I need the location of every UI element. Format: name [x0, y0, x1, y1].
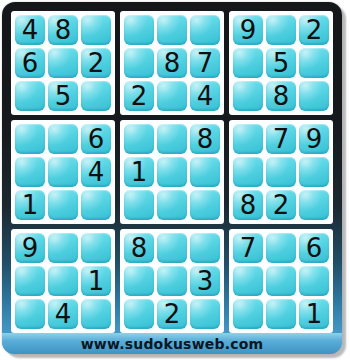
cell-r4c2[interactable]	[48, 124, 78, 154]
cell-r1c2[interactable]: 8	[48, 15, 78, 45]
cell-r4c5[interactable]	[157, 124, 187, 154]
cell-r2c3[interactable]: 2	[81, 48, 111, 78]
cell-r2c4[interactable]	[124, 48, 154, 78]
cell-r9c5[interactable]: 2	[157, 299, 187, 329]
cell-r1c9[interactable]: 2	[299, 15, 329, 45]
cell-r8c8[interactable]	[266, 266, 296, 296]
footer-bar: www.sudokusweb.com	[2, 333, 342, 354]
cell-r3c1[interactable]	[15, 81, 45, 111]
cell-r4c4[interactable]	[124, 124, 154, 154]
cell-r1c3[interactable]	[81, 15, 111, 45]
cell-r3c4[interactable]: 2	[124, 81, 154, 111]
board-frame: 4862587249258641817982914832761 www.sudo…	[2, 2, 342, 354]
cell-r3c7[interactable]	[233, 81, 263, 111]
cell-r1c5[interactable]	[157, 15, 187, 45]
cell-r1c8[interactable]	[266, 15, 296, 45]
cell-r3c2[interactable]: 5	[48, 81, 78, 111]
cell-r8c2[interactable]	[48, 266, 78, 296]
cell-r9c6[interactable]	[190, 299, 220, 329]
cell-r5c7[interactable]	[233, 157, 263, 187]
cell-r5c6[interactable]	[190, 157, 220, 187]
box-r1c2: 8724	[120, 11, 224, 115]
cell-r6c8[interactable]: 2	[266, 190, 296, 220]
cell-r1c7[interactable]: 9	[233, 15, 263, 45]
box-r3c3: 761	[229, 229, 333, 333]
cell-r7c7[interactable]: 7	[233, 233, 263, 263]
cell-r4c6[interactable]: 8	[190, 124, 220, 154]
cell-r4c7[interactable]	[233, 124, 263, 154]
cell-r6c5[interactable]	[157, 190, 187, 220]
box-r2c2: 81	[120, 120, 224, 224]
cell-r9c8[interactable]	[266, 299, 296, 329]
cell-r3c3[interactable]	[81, 81, 111, 111]
box-r2c1: 641	[11, 120, 115, 224]
cell-r9c2[interactable]: 4	[48, 299, 78, 329]
cell-r6c4[interactable]	[124, 190, 154, 220]
cell-r2c1[interactable]: 6	[15, 48, 45, 78]
sudoku-board: 4862587249258641817982914832761	[11, 11, 333, 333]
cell-r7c3[interactable]	[81, 233, 111, 263]
cell-r6c3[interactable]	[81, 190, 111, 220]
cell-r8c1[interactable]	[15, 266, 45, 296]
cell-r8c3[interactable]: 1	[81, 266, 111, 296]
cell-r4c1[interactable]	[15, 124, 45, 154]
cell-r7c8[interactable]	[266, 233, 296, 263]
cell-r7c1[interactable]: 9	[15, 233, 45, 263]
cell-r9c4[interactable]	[124, 299, 154, 329]
cell-r3c9[interactable]	[299, 81, 329, 111]
cell-r6c1[interactable]: 1	[15, 190, 45, 220]
cell-r5c1[interactable]	[15, 157, 45, 187]
cell-r2c2[interactable]	[48, 48, 78, 78]
cell-r7c6[interactable]	[190, 233, 220, 263]
cell-r1c4[interactable]	[124, 15, 154, 45]
cell-r2c5[interactable]: 8	[157, 48, 187, 78]
cell-r5c8[interactable]	[266, 157, 296, 187]
cell-r9c1[interactable]	[15, 299, 45, 329]
cell-r2c7[interactable]	[233, 48, 263, 78]
site-url-label: www.sudokusweb.com	[81, 336, 264, 352]
cell-r8c9[interactable]	[299, 266, 329, 296]
cell-r4c3[interactable]: 6	[81, 124, 111, 154]
cell-r2c9[interactable]	[299, 48, 329, 78]
cell-r6c7[interactable]: 8	[233, 190, 263, 220]
cell-r5c4[interactable]: 1	[124, 157, 154, 187]
cell-r1c6[interactable]	[190, 15, 220, 45]
cell-r5c5[interactable]	[157, 157, 187, 187]
box-r3c2: 832	[120, 229, 224, 333]
cell-r3c6[interactable]: 4	[190, 81, 220, 111]
cell-r7c9[interactable]: 6	[299, 233, 329, 263]
cell-r8c7[interactable]	[233, 266, 263, 296]
cell-r4c8[interactable]: 7	[266, 124, 296, 154]
cell-r6c2[interactable]	[48, 190, 78, 220]
cell-r9c9[interactable]: 1	[299, 299, 329, 329]
cell-r9c7[interactable]	[233, 299, 263, 329]
box-r1c1: 48625	[11, 11, 115, 115]
box-r3c1: 914	[11, 229, 115, 333]
cell-r8c4[interactable]	[124, 266, 154, 296]
cell-r5c3[interactable]: 4	[81, 157, 111, 187]
cell-r9c3[interactable]	[81, 299, 111, 329]
cell-r7c2[interactable]	[48, 233, 78, 263]
sudoku-page: 4862587249258641817982914832761 www.sudo…	[0, 0, 350, 360]
cell-r4c9[interactable]: 9	[299, 124, 329, 154]
cell-r8c5[interactable]	[157, 266, 187, 296]
box-r1c3: 9258	[229, 11, 333, 115]
cell-r6c9[interactable]	[299, 190, 329, 220]
cell-r5c2[interactable]	[48, 157, 78, 187]
cell-r3c8[interactable]: 8	[266, 81, 296, 111]
cell-r3c5[interactable]	[157, 81, 187, 111]
cell-r8c6[interactable]: 3	[190, 266, 220, 296]
cell-r7c5[interactable]	[157, 233, 187, 263]
cell-r2c8[interactable]: 5	[266, 48, 296, 78]
cell-r1c1[interactable]: 4	[15, 15, 45, 45]
cell-r7c4[interactable]: 8	[124, 233, 154, 263]
cell-r6c6[interactable]	[190, 190, 220, 220]
box-r2c3: 7982	[229, 120, 333, 224]
cell-r2c6[interactable]: 7	[190, 48, 220, 78]
cell-r5c9[interactable]	[299, 157, 329, 187]
